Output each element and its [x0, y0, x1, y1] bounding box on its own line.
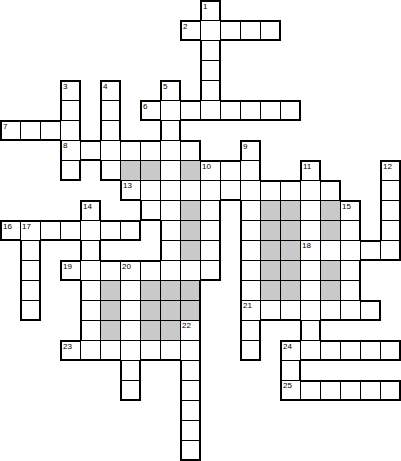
cell-r7-c12[interactable]: 9	[240, 140, 261, 161]
cell-r17-c18[interactable]	[360, 340, 381, 361]
cell-r10-c10[interactable]	[200, 200, 221, 221]
cell-r8-c3[interactable]	[60, 160, 81, 181]
cell-r16-c7	[140, 320, 161, 341]
cell-r1-c13[interactable]	[260, 20, 281, 41]
cell-r7-c5[interactable]	[100, 140, 121, 161]
cell-r14-c5	[100, 280, 121, 301]
cell-r8-c12[interactable]	[240, 160, 261, 181]
cell-r19-c19[interactable]	[380, 380, 401, 401]
cell-r12-c18[interactable]	[360, 240, 381, 261]
clue-number: 20	[122, 262, 131, 271]
cell-r13-c7[interactable]	[140, 260, 161, 281]
cell-r1-c11[interactable]	[220, 20, 241, 41]
cell-r17-c8[interactable]	[160, 340, 181, 361]
cell-r12-c13	[260, 240, 281, 261]
cell-r14-c13	[260, 280, 281, 301]
cell-r4-c3[interactable]: 3	[60, 80, 81, 101]
cell-r14-c17[interactable]	[340, 280, 361, 301]
cell-r12-c17[interactable]	[340, 240, 361, 261]
cell-r0-c10[interactable]: 1	[200, 0, 221, 21]
cell-r17-c7[interactable]	[140, 340, 161, 361]
cell-r12-c1[interactable]	[20, 240, 41, 261]
cell-r3-c10[interactable]	[200, 60, 221, 81]
cell-r2-c10[interactable]	[200, 40, 221, 61]
cell-r11-c14	[280, 220, 301, 241]
cell-r17-c12[interactable]	[240, 340, 261, 361]
cell-r10-c4[interactable]: 14	[80, 200, 101, 221]
clue-number: 12	[383, 162, 392, 171]
cell-r8-c6	[120, 160, 141, 181]
cell-r15-c12[interactable]: 21	[240, 300, 261, 321]
cell-r14-c8	[160, 280, 181, 301]
clue-number: 16	[3, 222, 12, 231]
cell-r9-c7[interactable]	[140, 180, 161, 201]
cell-r15-c18[interactable]	[360, 300, 381, 321]
cell-r11-c4[interactable]	[80, 220, 101, 241]
cell-r15-c7	[140, 300, 161, 321]
cell-r9-c12[interactable]	[240, 180, 261, 201]
cell-r17-c5[interactable]	[100, 340, 121, 361]
cell-r12-c15[interactable]: 18	[300, 240, 321, 261]
cell-r17-c17[interactable]	[340, 340, 361, 361]
clue-number: 15	[342, 202, 351, 211]
cell-r10-c14	[280, 200, 301, 221]
cell-r11-c8[interactable]	[160, 220, 181, 241]
cell-r7-c6[interactable]	[120, 140, 141, 161]
clue-number: 25	[283, 381, 292, 390]
cell-r6-c3[interactable]	[60, 120, 81, 141]
cell-r5-c5[interactable]	[100, 100, 121, 121]
cell-r13-c1[interactable]	[20, 260, 41, 281]
cell-r10-c12[interactable]	[240, 200, 261, 221]
cell-r8-c5[interactable]	[100, 160, 121, 181]
cell-r15-c6[interactable]	[120, 300, 141, 321]
cell-r7-c9[interactable]	[180, 140, 201, 161]
crossword-grid: 1234567891011121314151617181920212223242…	[0, 0, 401, 461]
cell-r15-c13[interactable]	[260, 300, 281, 321]
cell-r11-c3[interactable]	[60, 220, 81, 241]
cell-r19-c15[interactable]	[300, 380, 321, 401]
cell-r10-c17[interactable]: 15	[340, 200, 361, 221]
cell-r6-c0[interactable]: 7	[0, 120, 21, 141]
cell-r10-c13	[260, 200, 281, 221]
clue-number: 11	[303, 162, 311, 171]
cell-r13-c13	[260, 260, 281, 281]
cell-r13-c3[interactable]: 19	[60, 260, 81, 281]
cell-r10-c19[interactable]	[380, 200, 401, 221]
cell-r14-c16	[320, 280, 341, 301]
cell-r11-c13	[260, 220, 281, 241]
clue-number: 3	[63, 82, 67, 91]
cell-r15-c8	[160, 300, 181, 321]
cell-r16-c6[interactable]	[120, 320, 141, 341]
cell-r5-c14[interactable]	[280, 100, 301, 121]
cell-r9-c8[interactable]	[160, 180, 181, 201]
cell-r13-c6[interactable]: 20	[120, 260, 141, 281]
cell-r8-c15[interactable]: 11	[300, 160, 321, 181]
cell-r13-c4[interactable]	[80, 260, 101, 281]
cell-r12-c4[interactable]	[80, 240, 101, 261]
clue-number: 8	[63, 141, 67, 150]
cell-r4-c10[interactable]	[200, 80, 221, 101]
cell-r4-c5[interactable]: 4	[100, 80, 121, 101]
cell-r1-c9[interactable]: 2	[180, 20, 201, 41]
cell-r12-c12[interactable]	[240, 240, 261, 261]
cell-r5-c12[interactable]	[240, 100, 261, 121]
clue-number: 1	[203, 2, 207, 11]
cell-r6-c1[interactable]	[20, 120, 41, 141]
cell-r8-c19[interactable]: 12	[380, 160, 401, 181]
cell-r11-c2[interactable]	[40, 220, 61, 241]
cell-r12-c10[interactable]	[200, 240, 221, 261]
cell-r9-c13[interactable]	[260, 180, 281, 201]
cell-r16-c12[interactable]	[240, 320, 261, 341]
cell-r17-c9[interactable]	[180, 340, 201, 361]
cell-r1-c10[interactable]	[200, 20, 221, 41]
cell-r15-c9	[180, 300, 201, 321]
cell-r11-c5[interactable]	[100, 220, 121, 241]
cell-r19-c9[interactable]	[180, 380, 201, 401]
cell-r22-c9[interactable]	[180, 440, 201, 461]
cell-r13-c14	[280, 260, 301, 281]
cell-r14-c9	[180, 280, 201, 301]
cell-r18-c9[interactable]	[180, 360, 201, 381]
clue-number: 17	[22, 222, 31, 231]
cell-r5-c8[interactable]	[160, 100, 181, 121]
cell-r14-c7	[140, 280, 161, 301]
cell-r19-c18[interactable]	[360, 380, 381, 401]
cell-r15-c14[interactable]	[280, 300, 301, 321]
cell-r7-c3[interactable]: 8	[60, 140, 81, 161]
cell-r9-c9[interactable]	[180, 180, 201, 201]
cell-r10-c7[interactable]	[140, 200, 161, 221]
cell-r18-c6[interactable]	[120, 360, 141, 381]
cell-r20-c9[interactable]	[180, 400, 201, 421]
cell-r12-c14	[280, 240, 301, 261]
cell-r19-c6[interactable]	[120, 380, 141, 401]
cell-r8-c9	[180, 160, 201, 181]
cell-r16-c15[interactable]	[300, 320, 321, 341]
cell-r13-c9[interactable]	[180, 260, 201, 281]
cell-r17-c14[interactable]: 24	[280, 340, 301, 361]
cell-r15-c15[interactable]	[300, 300, 321, 321]
cell-r8-c8[interactable]	[160, 160, 181, 181]
cell-r19-c14[interactable]: 25	[280, 380, 301, 401]
cell-r17-c15[interactable]	[300, 340, 321, 361]
cell-r11-c12[interactable]	[240, 220, 261, 241]
cell-r13-c17[interactable]	[340, 260, 361, 281]
clue-number: 22	[182, 321, 191, 330]
cell-r13-c16	[320, 260, 341, 281]
cell-r14-c4[interactable]	[80, 280, 101, 301]
cell-r10-c8[interactable]	[160, 200, 181, 221]
clue-number: 14	[83, 202, 92, 211]
clue-number: 24	[283, 342, 292, 351]
cell-r13-c15[interactable]	[300, 260, 321, 281]
cell-r9-c16[interactable]	[320, 180, 341, 201]
cell-r19-c17[interactable]	[340, 380, 361, 401]
clue-number: 2	[183, 22, 187, 31]
cell-r15-c5	[100, 300, 121, 321]
cell-r16-c5	[100, 320, 121, 341]
cell-r11-c19[interactable]	[380, 220, 401, 241]
cell-r19-c16[interactable]	[320, 380, 341, 401]
cell-r13-c8[interactable]	[160, 260, 181, 281]
cell-r1-c12[interactable]	[240, 20, 261, 41]
cell-r5-c11[interactable]	[220, 100, 241, 121]
cell-r11-c0[interactable]: 16	[0, 220, 21, 241]
cell-r5-c3[interactable]	[60, 100, 81, 121]
cell-r9-c19[interactable]	[380, 180, 401, 201]
cell-r11-c9	[180, 220, 201, 241]
cell-r5-c10[interactable]	[200, 100, 221, 121]
cell-r14-c15[interactable]	[300, 280, 321, 301]
cell-r9-c10[interactable]	[200, 180, 221, 201]
cell-r10-c9	[180, 200, 201, 221]
cell-r12-c8[interactable]	[160, 240, 181, 261]
cell-r18-c14[interactable]	[280, 360, 301, 381]
cell-r16-c4[interactable]	[80, 320, 101, 341]
cell-r15-c16[interactable]	[320, 300, 341, 321]
cell-r12-c16[interactable]	[320, 240, 341, 261]
cell-r6-c8[interactable]	[160, 120, 181, 141]
cell-r13-c12[interactable]	[240, 260, 261, 281]
cell-r17-c19[interactable]	[380, 340, 401, 361]
cell-r7-c8[interactable]	[160, 140, 181, 161]
cell-r8-c11[interactable]	[220, 160, 241, 181]
cell-r8-c10[interactable]: 10	[200, 160, 221, 181]
cell-r7-c4[interactable]	[80, 140, 101, 161]
cell-r14-c6[interactable]	[120, 280, 141, 301]
clue-number: 13	[123, 181, 132, 190]
cell-r14-c14	[280, 280, 301, 301]
clue-number: 10	[202, 162, 211, 171]
cell-r17-c16[interactable]	[320, 340, 341, 361]
cell-r9-c15[interactable]	[300, 180, 321, 201]
cell-r15-c4[interactable]	[80, 300, 101, 321]
cell-r14-c12[interactable]	[240, 280, 261, 301]
cell-r7-c7[interactable]	[140, 140, 161, 161]
clue-number: 5	[163, 82, 167, 91]
cell-r15-c1[interactable]	[20, 300, 41, 321]
cell-r14-c1[interactable]	[20, 280, 41, 301]
cell-r16-c9[interactable]: 22	[180, 320, 201, 341]
cell-r17-c6[interactable]	[120, 340, 141, 361]
cell-r10-c16	[320, 200, 341, 221]
cell-r9-c14[interactable]	[280, 180, 301, 201]
clue-number: 9	[243, 142, 247, 151]
cell-r5-c9[interactable]	[180, 100, 201, 121]
cell-r6-c2[interactable]	[40, 120, 61, 141]
cell-r11-c1[interactable]: 17	[20, 220, 41, 241]
cell-r16-c8	[160, 320, 181, 341]
cell-r11-c10[interactable]	[200, 220, 221, 241]
cell-r13-c10[interactable]	[200, 260, 221, 281]
cell-r11-c6[interactable]	[120, 220, 141, 241]
clue-number: 23	[63, 342, 72, 351]
cell-r11-c17[interactable]	[340, 220, 361, 241]
cell-r4-c8[interactable]: 5	[160, 80, 181, 101]
cell-r17-c4[interactable]	[80, 340, 101, 361]
cell-r12-c19[interactable]	[380, 240, 401, 261]
cell-r5-c7[interactable]: 6	[140, 100, 161, 121]
clue-number: 21	[243, 301, 252, 310]
cell-r21-c9[interactable]	[180, 420, 201, 441]
cell-r6-c5[interactable]	[100, 120, 121, 141]
clue-number: 19	[63, 262, 72, 271]
cell-r13-c5[interactable]	[100, 260, 121, 281]
cell-r12-c9	[180, 240, 201, 261]
clue-number: 6	[143, 102, 147, 111]
cell-r9-c11[interactable]	[220, 180, 241, 201]
cell-r11-c16	[320, 220, 341, 241]
clue-number: 7	[3, 122, 7, 131]
cell-r8-c7	[140, 160, 161, 181]
cell-r11-c15[interactable]	[300, 220, 321, 241]
cell-r9-c6[interactable]: 13	[120, 180, 141, 201]
cell-r10-c15[interactable]	[300, 200, 321, 221]
cell-r15-c17[interactable]	[340, 300, 361, 321]
cell-r17-c3[interactable]: 23	[60, 340, 81, 361]
clue-number: 18	[302, 241, 311, 250]
cell-r5-c13[interactable]	[260, 100, 281, 121]
clue-number: 4	[103, 82, 107, 91]
